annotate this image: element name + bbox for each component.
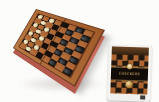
- product-box: CHECKERS: [107, 44, 152, 101]
- gold-medallion-icon: [125, 81, 132, 88]
- box-label: CHECKERS: [119, 72, 140, 77]
- checkers-board: ⛀⛀⛀⛀⛀⛀⛀⛀⛀⛀⛀⛀⛂⛂⛂⛂⛂⛂⛂⛂⛂⛂⛂⛂: [13, 9, 105, 87]
- box-label-band: CHECKERS: [110, 67, 149, 82]
- box-checker-pattern: CHECKERS: [110, 54, 148, 94]
- box-front-face: CHECKERS: [110, 46, 149, 100]
- box-bottom-strip: [110, 93, 147, 100]
- product-photo-scene: ⛀⛀⛀⛀⛀⛀⛀⛀⛀⛀⛀⛀⛂⛂⛂⛂⛂⛂⛂⛂⛂⛂⛂⛂ CHECKERS: [0, 0, 159, 102]
- box-logo-mark: [140, 95, 145, 99]
- board-grid: ⛀⛀⛀⛀⛀⛀⛀⛀⛀⛀⛀⛀⛂⛂⛂⛂⛂⛂⛂⛂⛂⛂⛂⛂: [19, 14, 93, 77]
